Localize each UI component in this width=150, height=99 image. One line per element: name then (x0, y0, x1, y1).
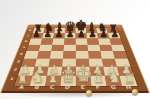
square-c4 (50, 51, 64, 58)
square-b1: ♞ (30, 76, 47, 86)
square-e5 (76, 45, 88, 52)
square-e7: ♟ (76, 33, 87, 39)
square-c1: ♝ (45, 76, 61, 86)
board-grid: ♜♞♝♛♚♝♞♜♟♟♟♟♟♟♟♟♟♟♟♟♟♟♟♟♜♞♝♛♚♝♞♜ (14, 28, 137, 86)
square-g5 (99, 45, 113, 52)
square-h5 (111, 45, 125, 52)
square-h3 (115, 59, 131, 67)
square-d3 (62, 59, 76, 67)
brass-knob-left (86, 90, 92, 96)
chess-board: ♜♞♝♛♚♝♞♜♟♟♟♟♟♟♟♟♟♟♟♟♟♟♟♟♜♞♝♛♚♝♞♜ ABCDEFG… (0, 25, 150, 93)
square-c2: ♟ (47, 67, 62, 76)
square-d1: ♛ (61, 76, 76, 86)
square-d4 (63, 51, 76, 58)
piece-black-rook: ♜ (109, 23, 117, 32)
piece-black-bishop: ♝ (54, 21, 64, 32)
square-d2: ♟ (61, 67, 75, 76)
piece-black-rook: ♜ (34, 23, 42, 32)
square-h4 (113, 51, 128, 58)
square-d5 (63, 45, 75, 52)
square-b3 (35, 59, 50, 67)
brass-knob-right (132, 89, 138, 95)
square-e2: ♟ (76, 67, 91, 76)
square-c5 (51, 45, 64, 52)
piece-black-queen: ♛ (65, 20, 76, 33)
square-c3 (48, 59, 62, 67)
square-e1: ♚ (76, 76, 91, 86)
square-e3 (76, 59, 90, 67)
square-f3 (89, 59, 103, 67)
square-h1: ♜ (119, 76, 137, 86)
square-e4 (76, 51, 89, 58)
square-d7: ♟ (64, 33, 75, 39)
square-g3 (102, 59, 117, 67)
square-b7: ♟ (42, 33, 54, 39)
chess-set-photo: ♜♞♝♛♚♝♞♜♟♟♟♟♟♟♟♟♟♟♟♟♟♟♟♟♜♞♝♛♚♝♞♜ ABCDEFG… (0, 0, 150, 99)
board-frame: ♜♞♝♛♚♝♞♜♟♟♟♟♟♟♟♟♟♟♟♟♟♟♟♟♜♞♝♛♚♝♞♜ ABCDEFG… (0, 25, 150, 93)
square-c7: ♟ (53, 33, 65, 39)
square-f5 (87, 45, 100, 52)
piece-black-knight: ♞ (44, 22, 54, 33)
square-h2: ♟ (117, 67, 134, 76)
square-h7: ♟ (108, 33, 121, 39)
